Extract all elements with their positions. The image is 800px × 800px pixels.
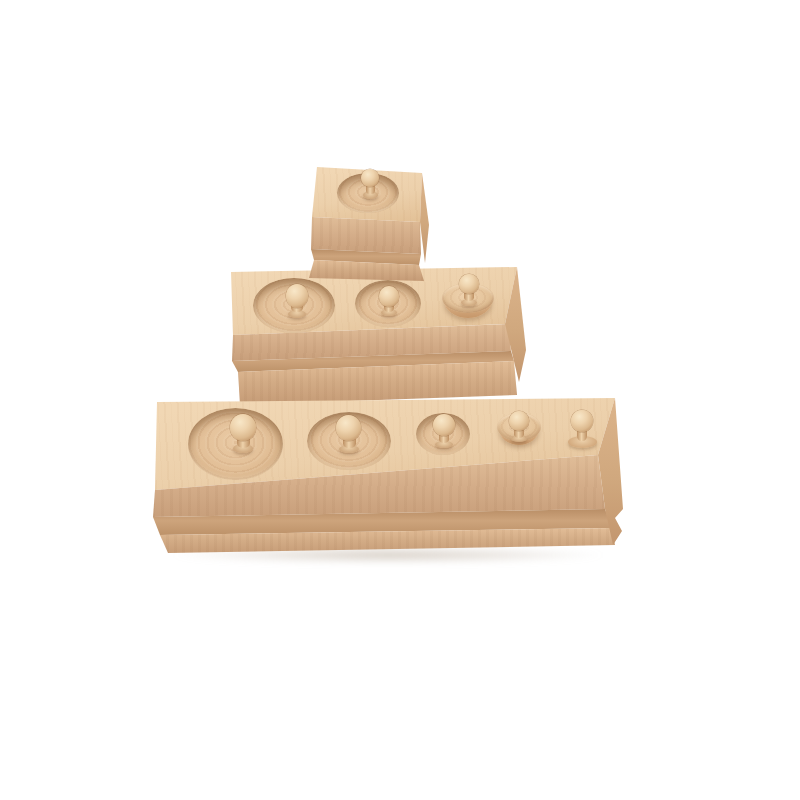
cylinder-knob [379,286,399,307]
product-photo-stage [0,0,800,800]
cylinder-knob [230,414,256,441]
cylinder-knob [571,410,593,432]
cylinder-knob [509,411,529,431]
cylinder-knob [459,274,479,294]
cylinder-knob [286,284,308,308]
cylinder-knob [361,169,379,187]
block-front-face [311,217,421,254]
cylinder-knob [433,414,455,436]
cylinder-knob [336,415,361,441]
